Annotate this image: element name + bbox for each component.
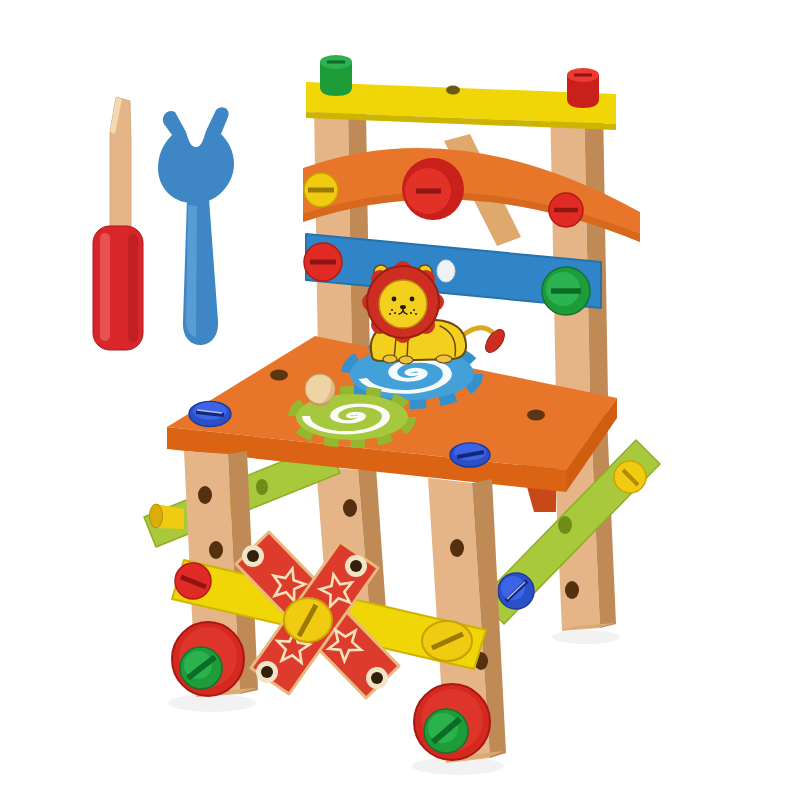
- nut-red-large: [402, 158, 464, 220]
- wheel-right: [414, 684, 490, 760]
- back-post-right: [550, 98, 590, 399]
- brace-hole: [256, 479, 268, 495]
- blue-rail-hole: [437, 260, 455, 282]
- lion-paw: [436, 355, 452, 363]
- slat-hole: [350, 560, 362, 572]
- brace-hole: [558, 516, 572, 534]
- slat-hole: [247, 550, 259, 562]
- screw-yellow-arch: [304, 173, 338, 207]
- nut-cap: [150, 504, 163, 528]
- peg-hole: [450, 539, 464, 557]
- seat-hole: [270, 370, 288, 381]
- lion-face: [379, 280, 427, 328]
- seat-hole: [527, 410, 545, 421]
- peg-hole: [209, 541, 223, 559]
- slat-hole: [261, 666, 273, 678]
- seat-screw-blue-left: [189, 402, 231, 427]
- lion-eye: [392, 297, 397, 302]
- screw-red-arch: [549, 193, 583, 227]
- cap-nut-yellow-right: [614, 461, 646, 493]
- top-rail-hole: [446, 86, 460, 95]
- peg-hole: [565, 581, 579, 599]
- screw-yellow-cross-center: [284, 598, 332, 642]
- peg-hole: [198, 486, 212, 504]
- seat-screw-blue-right: [450, 443, 490, 467]
- screw-red-blue-rail: [304, 243, 342, 281]
- wheel-left: [172, 622, 244, 696]
- cap-nut-green: [320, 55, 352, 96]
- back-post-left: [314, 104, 352, 360]
- slat-hole: [371, 672, 383, 684]
- toy-chair-photo: [0, 0, 800, 800]
- peg-hole: [343, 499, 357, 517]
- screwdriver-handle-shade: [128, 234, 138, 342]
- screw-yellow-front-rail: [422, 621, 472, 661]
- screwdriver-handle-highlight: [100, 233, 110, 341]
- screw-red-front-rail: [175, 563, 211, 599]
- cap-nut-red: [567, 68, 599, 108]
- screw-blue-brace: [498, 573, 534, 609]
- lion-paw: [383, 355, 397, 363]
- lion-paw: [399, 356, 413, 364]
- screw-green-blue-rail: [542, 267, 590, 315]
- shadow: [552, 630, 620, 644]
- lion-eye: [410, 297, 415, 302]
